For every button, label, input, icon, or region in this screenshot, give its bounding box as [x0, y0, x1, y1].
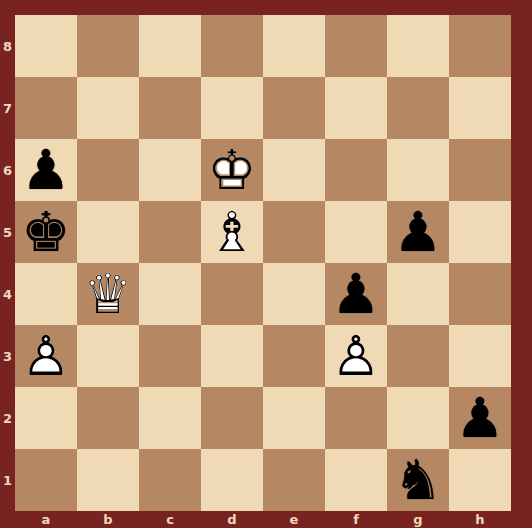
square-f8[interactable] — [325, 15, 387, 77]
square-g8[interactable] — [387, 15, 449, 77]
square-c3[interactable] — [139, 325, 201, 387]
square-h4[interactable] — [449, 263, 511, 325]
square-b4[interactable]: ♛♕ — [77, 263, 139, 325]
square-f6[interactable] — [325, 139, 387, 201]
square-g1[interactable]: ♞ — [387, 449, 449, 511]
square-h3[interactable] — [449, 325, 511, 387]
file-label-a: a — [15, 511, 77, 528]
white-king-outline-glyph: ♔ — [207, 143, 256, 198]
rank-label-6: 6 — [0, 139, 15, 201]
square-a4[interactable] — [15, 263, 77, 325]
square-e3[interactable] — [263, 325, 325, 387]
white-queen-outline-glyph: ♕ — [83, 267, 132, 322]
square-c6[interactable] — [139, 139, 201, 201]
square-a3[interactable]: ♟♙ — [15, 325, 77, 387]
square-d6[interactable]: ♚♔ — [201, 139, 263, 201]
square-a2[interactable] — [15, 387, 77, 449]
white-pawn-outline-glyph: ♙ — [21, 329, 70, 384]
square-c2[interactable] — [139, 387, 201, 449]
rank-label-5: 5 — [0, 201, 15, 263]
square-c5[interactable] — [139, 201, 201, 263]
square-a5[interactable]: ♚ — [15, 201, 77, 263]
white-pawn-f3[interactable]: ♟♙ — [331, 329, 380, 384]
white-king-d6[interactable]: ♚♔ — [207, 143, 256, 198]
square-e6[interactable] — [263, 139, 325, 201]
square-c1[interactable] — [139, 449, 201, 511]
white-pawn-outline-glyph: ♙ — [331, 329, 380, 384]
white-pawn-a3[interactable]: ♟♙ — [21, 329, 70, 384]
square-f2[interactable] — [325, 387, 387, 449]
rank-label-8: 8 — [0, 15, 15, 77]
square-f4[interactable]: ♟ — [325, 263, 387, 325]
square-e8[interactable] — [263, 15, 325, 77]
square-h1[interactable] — [449, 449, 511, 511]
square-f5[interactable] — [325, 201, 387, 263]
file-label-d: d — [201, 511, 263, 528]
square-b3[interactable] — [77, 325, 139, 387]
square-b5[interactable] — [77, 201, 139, 263]
chess-board: ♟♚♔♚♝♗♟♛♕♟♟♙♟♙♟♞ — [15, 15, 511, 511]
file-label-c: c — [139, 511, 201, 528]
square-a8[interactable] — [15, 15, 77, 77]
file-labels: a b c d e f g h — [15, 511, 511, 528]
black-pawn-h2[interactable]: ♟ — [455, 391, 504, 446]
black-pawn-f4[interactable]: ♟ — [331, 267, 380, 322]
square-f7[interactable] — [325, 77, 387, 139]
file-label-g: g — [387, 511, 449, 528]
square-d3[interactable] — [201, 325, 263, 387]
square-d1[interactable] — [201, 449, 263, 511]
square-g2[interactable] — [387, 387, 449, 449]
square-h5[interactable] — [449, 201, 511, 263]
white-bishop-d5[interactable]: ♝♗ — [207, 205, 256, 260]
square-d8[interactable] — [201, 15, 263, 77]
square-g3[interactable] — [387, 325, 449, 387]
square-g7[interactable] — [387, 77, 449, 139]
file-label-e: e — [263, 511, 325, 528]
square-e5[interactable] — [263, 201, 325, 263]
square-g4[interactable] — [387, 263, 449, 325]
white-queen-b4[interactable]: ♛♕ — [83, 267, 132, 322]
square-h8[interactable] — [449, 15, 511, 77]
square-d4[interactable] — [201, 263, 263, 325]
square-c7[interactable] — [139, 77, 201, 139]
rank-label-7: 7 — [0, 77, 15, 139]
square-e4[interactable] — [263, 263, 325, 325]
rank-label-2: 2 — [0, 387, 15, 449]
black-pawn-a6[interactable]: ♟ — [21, 143, 70, 198]
square-g6[interactable] — [387, 139, 449, 201]
black-pawn-g5[interactable]: ♟ — [393, 205, 442, 260]
square-e2[interactable] — [263, 387, 325, 449]
square-a6[interactable]: ♟ — [15, 139, 77, 201]
rank-label-3: 3 — [0, 325, 15, 387]
rank-label-4: 4 — [0, 263, 15, 325]
black-knight-g1[interactable]: ♞ — [393, 453, 442, 508]
file-label-h: h — [449, 511, 511, 528]
rank-label-1: 1 — [0, 449, 15, 511]
square-b2[interactable] — [77, 387, 139, 449]
square-b6[interactable] — [77, 139, 139, 201]
square-a1[interactable] — [15, 449, 77, 511]
square-h2[interactable]: ♟ — [449, 387, 511, 449]
white-bishop-outline-glyph: ♗ — [207, 205, 256, 260]
square-d5[interactable]: ♝♗ — [201, 201, 263, 263]
square-a7[interactable] — [15, 77, 77, 139]
square-f1[interactable] — [325, 449, 387, 511]
square-b1[interactable] — [77, 449, 139, 511]
square-g5[interactable]: ♟ — [387, 201, 449, 263]
square-h6[interactable] — [449, 139, 511, 201]
square-b8[interactable] — [77, 15, 139, 77]
square-c8[interactable] — [139, 15, 201, 77]
square-b7[interactable] — [77, 77, 139, 139]
square-d7[interactable] — [201, 77, 263, 139]
square-h7[interactable] — [449, 77, 511, 139]
rank-labels: 8 7 6 5 4 3 2 1 — [0, 15, 15, 511]
file-label-f: f — [325, 511, 387, 528]
square-f3[interactable]: ♟♙ — [325, 325, 387, 387]
square-e7[interactable] — [263, 77, 325, 139]
black-king-a5[interactable]: ♚ — [21, 205, 70, 260]
chess-board-frame: 8 7 6 5 4 3 2 1 ♟♚♔♚♝♗♟♛♕♟♟♙♟♙♟♞ a b c d… — [0, 0, 532, 528]
file-label-b: b — [77, 511, 139, 528]
square-c4[interactable] — [139, 263, 201, 325]
square-e1[interactable] — [263, 449, 325, 511]
square-d2[interactable] — [201, 387, 263, 449]
